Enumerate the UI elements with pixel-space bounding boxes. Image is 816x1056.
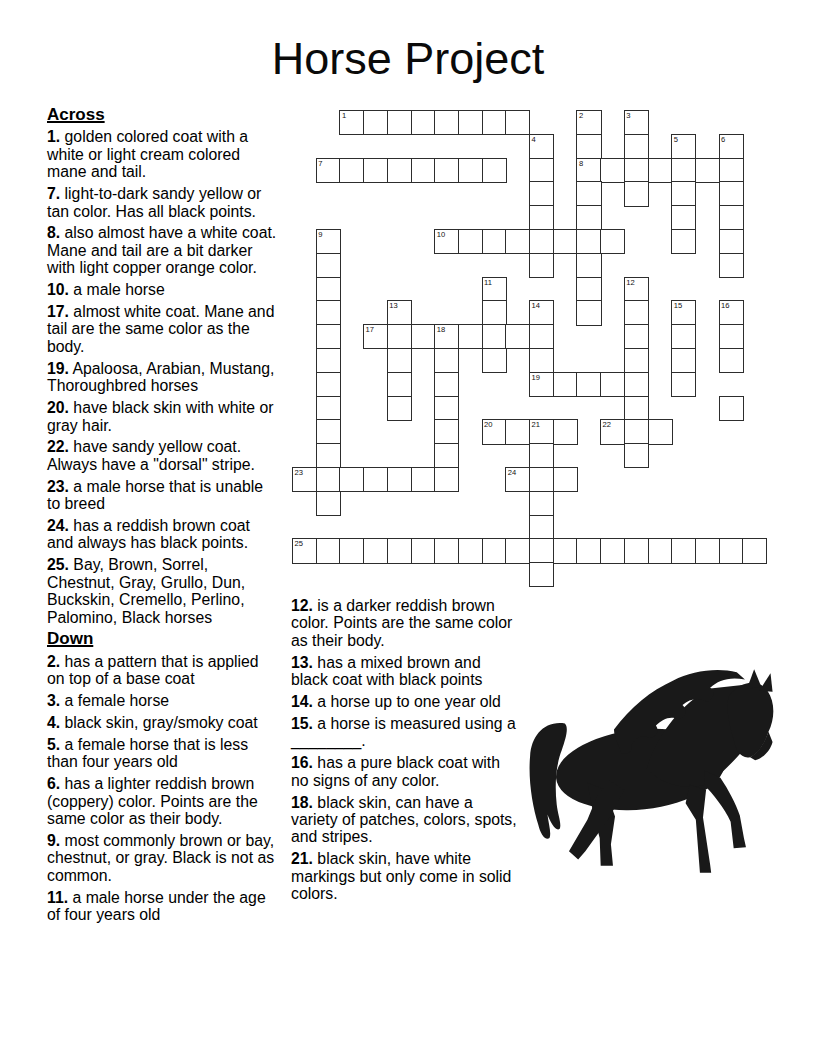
clue-item: 17. almost white coat. Mane and tail are… <box>47 303 277 355</box>
grid-cell[interactable] <box>339 467 364 492</box>
grid-cell[interactable] <box>316 467 341 492</box>
grid-cell[interactable] <box>505 110 530 135</box>
grid-cell[interactable] <box>363 538 388 563</box>
grid-cell[interactable] <box>482 110 507 135</box>
grid-cell[interactable] <box>742 538 767 563</box>
grid-cell[interactable] <box>576 229 601 254</box>
grid-cell[interactable] <box>411 110 436 135</box>
grid-cell[interactable] <box>316 324 341 349</box>
grid-cell[interactable] <box>671 158 696 183</box>
grid-cell[interactable] <box>529 253 554 278</box>
grid-cell[interactable] <box>482 324 507 349</box>
grid-cell[interactable] <box>363 110 388 135</box>
crossword-grid: 1234567891011121314151617181920212223242… <box>292 110 772 592</box>
page-title: Horse Project <box>0 33 816 85</box>
grid-cell[interactable] <box>434 419 459 444</box>
grid-cell[interactable] <box>624 419 649 444</box>
clue-number: 8. <box>47 224 60 241</box>
grid-cell[interactable] <box>719 181 744 206</box>
grid-cell[interactable] <box>458 158 483 183</box>
clue-number: 25. <box>47 556 69 573</box>
clue-number: 17. <box>47 303 69 320</box>
grid-cell[interactable]: 9 <box>316 229 341 254</box>
grid-cell[interactable] <box>482 158 507 183</box>
grid-cell[interactable] <box>482 348 507 373</box>
down-clue-list-part2: 12. is a darker reddish brown color. Poi… <box>291 597 518 903</box>
cell-number: 6 <box>721 135 725 144</box>
grid-cell[interactable] <box>482 538 507 563</box>
grid-cell[interactable] <box>363 467 388 492</box>
grid-cell[interactable]: 10 <box>434 229 459 254</box>
clue-item: 9. most commonly brown or bay, chestnut,… <box>47 832 277 884</box>
grid-cell[interactable] <box>624 372 649 397</box>
grid-cell[interactable] <box>529 205 554 230</box>
grid-cell[interactable] <box>387 158 412 183</box>
grid-cell[interactable] <box>576 205 601 230</box>
clue-number: 22. <box>47 438 69 455</box>
grid-cell[interactable] <box>505 419 530 444</box>
clue-number: 23. <box>47 478 69 495</box>
grid-cell[interactable] <box>434 372 459 397</box>
grid-cell[interactable]: 6 <box>719 134 744 159</box>
clue-number: 24. <box>47 517 69 534</box>
clue-item: 6. has a lighter reddish brown (coppery)… <box>47 775 277 827</box>
grid-cell[interactable] <box>505 538 530 563</box>
grid-cell[interactable] <box>482 229 507 254</box>
cell-number: 19 <box>532 373 540 382</box>
grid-cell[interactable]: 25 <box>292 538 317 563</box>
grid-cell[interactable] <box>648 158 673 183</box>
grid-cell[interactable] <box>316 538 341 563</box>
grid-cell[interactable] <box>553 538 578 563</box>
grid-cell[interactable] <box>529 443 554 468</box>
cell-number: 5 <box>674 135 678 144</box>
grid-cell[interactable] <box>553 419 578 444</box>
clue-item: 7. light-to-dark sandy yellow or tan col… <box>47 185 277 220</box>
grid-cell[interactable] <box>624 396 649 421</box>
grid-cell[interactable] <box>719 538 744 563</box>
grid-cell[interactable] <box>719 324 744 349</box>
grid-cell[interactable] <box>387 324 412 349</box>
grid-cell[interactable] <box>529 515 554 540</box>
clues-column-left: Across 1. golden colored coat with a whi… <box>47 106 277 928</box>
grid-cell[interactable]: 16 <box>719 300 744 325</box>
grid-cell[interactable]: 4 <box>529 134 554 159</box>
grid-cell[interactable] <box>553 467 578 492</box>
grid-cell[interactable] <box>553 372 578 397</box>
grid-cell[interactable] <box>387 110 412 135</box>
grid-cell[interactable]: 14 <box>529 300 554 325</box>
grid-cell[interactable] <box>624 134 649 159</box>
grid-cell[interactable] <box>719 205 744 230</box>
cell-number: 11 <box>484 278 492 287</box>
grid-cell[interactable] <box>316 491 341 516</box>
grid-cell[interactable] <box>671 229 696 254</box>
grid-cell[interactable] <box>482 300 507 325</box>
cell-number: 2 <box>579 111 583 120</box>
clue-item: 22. have sandy yellow coat. Always have … <box>47 438 277 473</box>
clue-item: 2. has a pattern that is applied on top … <box>47 653 277 688</box>
grid-cell[interactable] <box>695 158 720 183</box>
grid-cell[interactable] <box>411 538 436 563</box>
grid-cell[interactable] <box>458 229 483 254</box>
grid-cell[interactable]: 2 <box>576 110 601 135</box>
grid-cell[interactable] <box>624 181 649 206</box>
clue-number: 5. <box>47 736 60 753</box>
grid-cell[interactable]: 22 <box>600 419 625 444</box>
clue-item: 12. is a darker reddish brown color. Poi… <box>291 597 518 649</box>
clue-item: 13. has a mixed brown and black coat wit… <box>291 654 518 689</box>
grid-cell[interactable] <box>576 277 601 302</box>
grid-cell[interactable] <box>719 396 744 421</box>
clue-item: 4. black skin, gray/smoky coat <box>47 714 277 731</box>
clue-item: 21. black skin, have white markings but … <box>291 850 518 902</box>
clue-item: 10. a male horse <box>47 281 277 298</box>
grid-cell[interactable] <box>387 348 412 373</box>
grid-cell[interactable] <box>387 467 412 492</box>
clue-number: 7. <box>47 185 60 202</box>
grid-cell[interactable]: 23 <box>292 467 317 492</box>
grid-cell[interactable] <box>316 253 341 278</box>
grid-cell[interactable]: 12 <box>624 277 649 302</box>
grid-cell[interactable] <box>671 324 696 349</box>
grid-cell[interactable] <box>316 372 341 397</box>
clue-number: 12. <box>291 597 313 614</box>
clue-item: 15. a horse is measured using a ________… <box>291 715 518 750</box>
grid-cell[interactable] <box>600 158 625 183</box>
grid-cell[interactable] <box>624 300 649 325</box>
grid-cell[interactable] <box>387 372 412 397</box>
grid-cell[interactable] <box>553 229 578 254</box>
cell-number: 15 <box>674 301 682 310</box>
clue-number: 19. <box>47 360 69 377</box>
cell-number: 14 <box>532 301 540 310</box>
clue-item: 19. Apaloosa, Arabian, Mustang, Thorough… <box>47 360 277 395</box>
clue-number: 16. <box>291 754 313 771</box>
grid-cell[interactable] <box>600 372 625 397</box>
grid-cell[interactable] <box>576 253 601 278</box>
clue-number: 21. <box>291 850 313 867</box>
clue-number: 3. <box>47 692 60 709</box>
grid-cell[interactable]: 21 <box>529 419 554 444</box>
clue-number: 11. <box>47 889 68 906</box>
grid-cell[interactable] <box>434 348 459 373</box>
clue-item: 23. a male horse that is unable to breed <box>47 478 277 513</box>
grid-cell[interactable] <box>576 300 601 325</box>
grid-cell[interactable] <box>719 158 744 183</box>
grid-cell[interactable] <box>719 229 744 254</box>
cell-number: 17 <box>366 325 374 334</box>
grid-cell[interactable]: 11 <box>482 277 507 302</box>
grid-cell[interactable] <box>648 419 673 444</box>
cell-number: 10 <box>437 230 445 239</box>
grid-cell[interactable] <box>624 443 649 468</box>
cell-number: 3 <box>626 111 630 120</box>
grid-cell[interactable] <box>695 538 720 563</box>
grid-cell[interactable] <box>529 158 554 183</box>
grid-cell[interactable] <box>529 538 554 563</box>
grid-cell[interactable] <box>624 158 649 183</box>
clue-number: 14. <box>291 693 313 710</box>
clue-number: 1. <box>47 128 60 145</box>
grid-cell[interactable] <box>339 158 364 183</box>
grid-cell[interactable]: 18 <box>434 324 459 349</box>
clue-item: 25. Bay, Brown, Sorrel, Chestnut, Gray, … <box>47 556 277 626</box>
clue-item: 14. a horse up to one year old <box>291 693 518 710</box>
grid-cell[interactable]: 17 <box>363 324 388 349</box>
grid-cell[interactable] <box>671 348 696 373</box>
cell-number: 7 <box>318 159 322 168</box>
grid-cell[interactable] <box>316 348 341 373</box>
grid-cell[interactable] <box>529 324 554 349</box>
cell-number: 13 <box>389 301 397 310</box>
grid-cell[interactable] <box>434 396 459 421</box>
clue-number: 4. <box>47 714 60 731</box>
across-clue-list: 1. golden colored coat with a white or l… <box>47 128 277 626</box>
grid-cell[interactable]: 15 <box>671 300 696 325</box>
grid-cell[interactable]: 5 <box>671 134 696 159</box>
cell-number: 22 <box>603 420 611 429</box>
grid-cell[interactable] <box>576 372 601 397</box>
grid-cell[interactable] <box>719 253 744 278</box>
grid-cell[interactable] <box>624 538 649 563</box>
grid-cell[interactable] <box>671 181 696 206</box>
grid-cell[interactable] <box>316 277 341 302</box>
cell-number: 18 <box>437 325 445 334</box>
grid-cell[interactable] <box>529 181 554 206</box>
grid-cell[interactable] <box>458 110 483 135</box>
clue-number: 13. <box>291 654 313 671</box>
grid-cell[interactable] <box>387 396 412 421</box>
grid-cell[interactable] <box>719 348 744 373</box>
cell-number: 12 <box>626 278 634 287</box>
grid-cell[interactable] <box>434 538 459 563</box>
cell-number: 16 <box>721 301 729 310</box>
across-heading: Across <box>47 106 277 123</box>
grid-cell[interactable] <box>648 538 673 563</box>
grid-cell[interactable] <box>316 396 341 421</box>
grid-cell[interactable] <box>458 538 483 563</box>
cell-number: 24 <box>508 468 516 477</box>
grid-cell[interactable] <box>434 158 459 183</box>
cell-number: 23 <box>295 468 303 477</box>
grid-cell[interactable] <box>576 538 601 563</box>
clue-item: 8. also almost have a white coat. Mane a… <box>47 224 277 276</box>
grid-cell[interactable] <box>363 158 388 183</box>
grid-cell[interactable]: 1 <box>339 110 364 135</box>
clue-item: 3. a female horse <box>47 692 277 709</box>
clue-item: 18. black skin, can have a variety of pa… <box>291 794 518 846</box>
grid-cell[interactable]: 13 <box>387 300 412 325</box>
down-clue-list-part1: 2. has a pattern that is applied on top … <box>47 653 277 924</box>
clue-number: 10. <box>47 281 69 298</box>
cell-number: 8 <box>579 159 583 168</box>
cell-number: 4 <box>532 135 536 144</box>
clue-item: 5. a female horse that is less than four… <box>47 736 277 771</box>
clue-number: 6. <box>47 775 60 792</box>
grid-cell[interactable] <box>529 562 554 587</box>
grid-cell[interactable] <box>411 158 436 183</box>
grid-cell[interactable] <box>529 229 554 254</box>
grid-cell[interactable] <box>600 229 625 254</box>
cell-number: 9 <box>318 230 322 239</box>
grid-cell[interactable]: 7 <box>316 158 341 183</box>
grid-cell[interactable] <box>434 467 459 492</box>
grid-cell[interactable] <box>600 538 625 563</box>
grid-cell[interactable] <box>624 324 649 349</box>
grid-cell[interactable] <box>529 491 554 516</box>
grid-cell[interactable] <box>458 324 483 349</box>
grid-cell[interactable] <box>411 467 436 492</box>
grid-cell[interactable] <box>434 443 459 468</box>
grid-cell[interactable]: 8 <box>576 158 601 183</box>
grid-cell[interactable] <box>576 181 601 206</box>
grid-cell[interactable] <box>411 324 436 349</box>
clue-item: 11. a male horse under the age of four y… <box>47 889 277 924</box>
clue-number: 20. <box>47 399 69 416</box>
clue-number: 9. <box>47 832 60 849</box>
cell-number: 21 <box>532 420 540 429</box>
grid-cell[interactable]: 3 <box>624 110 649 135</box>
grid-cell[interactable]: 19 <box>529 372 554 397</box>
grid-cell[interactable] <box>671 538 696 563</box>
grid-cell[interactable]: 24 <box>505 467 530 492</box>
grid-cell[interactable] <box>505 324 530 349</box>
grid-cell[interactable] <box>576 134 601 159</box>
clue-item: 20. have black skin with white or gray h… <box>47 399 277 434</box>
horse-silhouette-image <box>526 664 792 874</box>
grid-cell[interactable]: 20 <box>482 419 507 444</box>
grid-cell[interactable] <box>671 205 696 230</box>
grid-cell[interactable] <box>529 348 554 373</box>
grid-cell[interactable] <box>316 300 341 325</box>
grid-cell[interactable] <box>505 229 530 254</box>
grid-cell[interactable] <box>671 372 696 397</box>
grid-cell[interactable] <box>339 538 364 563</box>
clue-item: 24. has a reddish brown coat and always … <box>47 517 277 552</box>
cell-number: 1 <box>342 111 346 120</box>
grid-cell[interactable] <box>624 348 649 373</box>
grid-cell[interactable] <box>529 467 554 492</box>
clue-number: 15. <box>291 715 313 732</box>
grid-cell[interactable] <box>387 538 412 563</box>
clue-item: 1. golden colored coat with a white or l… <box>47 128 277 180</box>
clues-column-middle: 12. is a darker reddish brown color. Poi… <box>291 597 518 907</box>
grid-cell[interactable] <box>316 419 341 444</box>
grid-cell[interactable] <box>434 110 459 135</box>
down-heading: Down <box>47 630 277 647</box>
cell-number: 25 <box>295 539 303 548</box>
cell-number: 20 <box>484 420 492 429</box>
clue-item: 16. has a pure black coat with no signs … <box>291 754 518 789</box>
grid-cell[interactable] <box>316 443 341 468</box>
clue-number: 2. <box>47 653 60 670</box>
clue-number: 18. <box>291 794 313 811</box>
